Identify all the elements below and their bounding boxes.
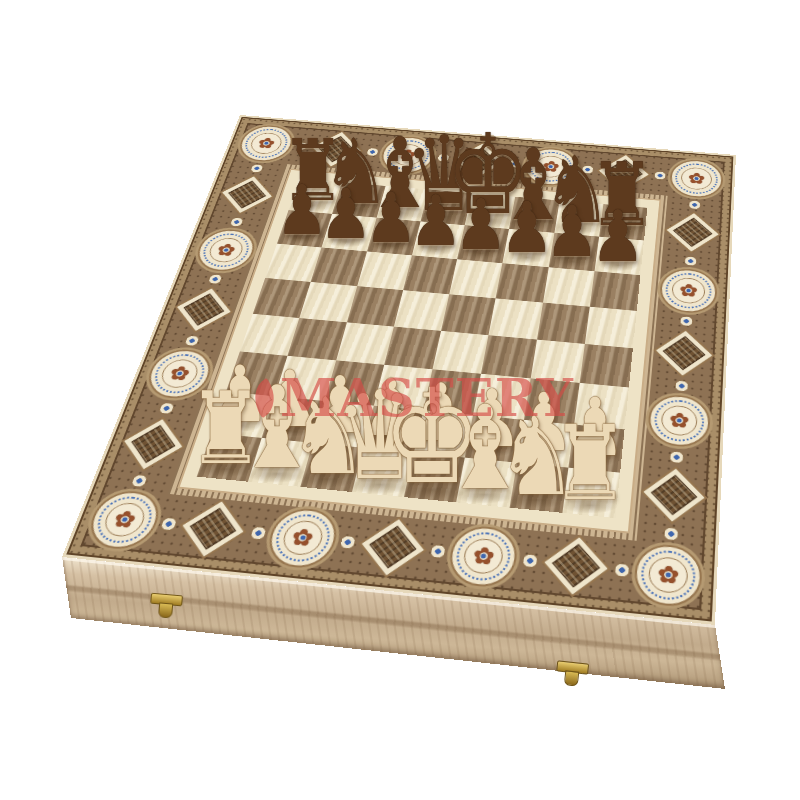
blue-dot-circle-icon [249, 164, 265, 174]
rosette-icon: ✿ [234, 124, 298, 164]
square-d8 [420, 190, 472, 226]
square-h1 [562, 467, 620, 518]
rosette-icon: ✿ [646, 393, 711, 450]
diamond-inlay-icon [643, 468, 704, 521]
clasp-hasp [564, 670, 579, 686]
watermark: MASTERY [252, 368, 574, 428]
square-h4 [579, 344, 633, 388]
square-g8 [554, 200, 603, 236]
diamond-inlay-icon [362, 519, 424, 575]
blue-dot-circle-icon [613, 562, 631, 578]
diamond-inlay-icon [454, 143, 503, 178]
chess-grid [197, 179, 648, 518]
blue-dot-circle-icon [669, 450, 685, 464]
square-h3 [574, 383, 629, 429]
square-f8 [509, 197, 559, 233]
rosette-center-dot [694, 177, 698, 180]
square-d7 [412, 222, 465, 259]
square-d4 [384, 327, 441, 370]
square-f5 [489, 298, 543, 339]
diamond-inlay-icon [544, 537, 607, 594]
rosette-icon: ✿ [632, 542, 703, 609]
rosette-icon: ✿ [262, 506, 342, 571]
brass-clasp-icon [555, 660, 589, 687]
blue-dot-circle-icon [129, 473, 149, 488]
blue-dot-circle-icon [365, 147, 380, 157]
diamond-inlay-icon [183, 501, 244, 556]
blue-dot-circle-icon [663, 526, 680, 542]
blue-dot-circle-icon [159, 516, 179, 531]
blue-dot-circle-icon [429, 544, 448, 560]
diamond-inlay-icon [312, 132, 361, 166]
blue-dot-circle-icon [248, 525, 268, 541]
blue-dot-circle-icon [679, 315, 694, 327]
square-f1 [456, 457, 516, 507]
blue-dot-circle-icon [207, 273, 224, 285]
rosette-center-dot [686, 288, 691, 292]
square-e8 [465, 193, 516, 229]
square-e1 [404, 452, 465, 502]
diamond-inlay-icon [124, 419, 182, 469]
diamond-inlay-icon [177, 288, 231, 331]
blue-dot-circle-icon [436, 153, 451, 163]
square-d6 [403, 255, 457, 294]
rosette-icon: ✿ [669, 158, 724, 200]
rosette-icon: ✿ [658, 267, 718, 315]
diamond-inlay-icon [667, 213, 719, 251]
blue-dot-circle-icon [183, 335, 201, 347]
diamond-inlay-icon [599, 155, 649, 190]
rosette-icon: ✿ [522, 146, 580, 187]
watermark-leaf-icon [245, 378, 283, 418]
square-h7 [594, 237, 644, 275]
diamond-inlay-icon [222, 177, 272, 214]
rosette-icon: ✿ [82, 488, 167, 551]
square-f6 [496, 263, 549, 302]
square-e6 [449, 259, 502, 298]
blue-dot-circle-icon [157, 401, 176, 415]
square-h5 [585, 307, 637, 349]
blue-dot-circle-icon [229, 216, 245, 227]
blue-dot-circle-icon [338, 534, 357, 550]
brass-clasp-icon [149, 593, 183, 620]
square-g6 [543, 267, 595, 307]
blue-dot-circle-icon [688, 200, 702, 210]
inner-cream-frame [177, 169, 661, 534]
blue-dot-circle-icon [294, 141, 309, 151]
square-e7 [457, 225, 509, 263]
square-e5 [441, 294, 496, 335]
watermark-text: MASTERY [280, 367, 574, 428]
square-h8 [599, 204, 648, 240]
square-d5 [394, 290, 450, 331]
square-h2 [568, 424, 624, 472]
blue-dot-circle-icon [674, 380, 689, 393]
diamond-inlay-icon [656, 331, 712, 376]
blue-dot-circle-icon [684, 255, 698, 266]
rosette-icon: ✿ [377, 135, 438, 175]
square-g5 [537, 302, 590, 344]
square-g1 [509, 462, 568, 512]
blue-dot-circle-icon [521, 553, 539, 569]
blue-dot-circle-icon [653, 171, 667, 181]
rosette-icon: ✿ [445, 524, 521, 590]
square-g7 [548, 233, 598, 271]
square-h6 [590, 271, 641, 311]
blue-dot-circle-icon [508, 159, 522, 169]
clasp-hasp [158, 602, 173, 618]
product-photo: ✿✿✿✿✿✿✿✿✿✿✿✿ ♜♞♝♛♚♝♞♜♟♟♟♟♟♟♟♟♟♟♟♟♟♟♟♟♜♝♞… [0, 0, 800, 800]
square-f7 [503, 229, 554, 267]
blue-dot-circle-icon [580, 165, 594, 175]
